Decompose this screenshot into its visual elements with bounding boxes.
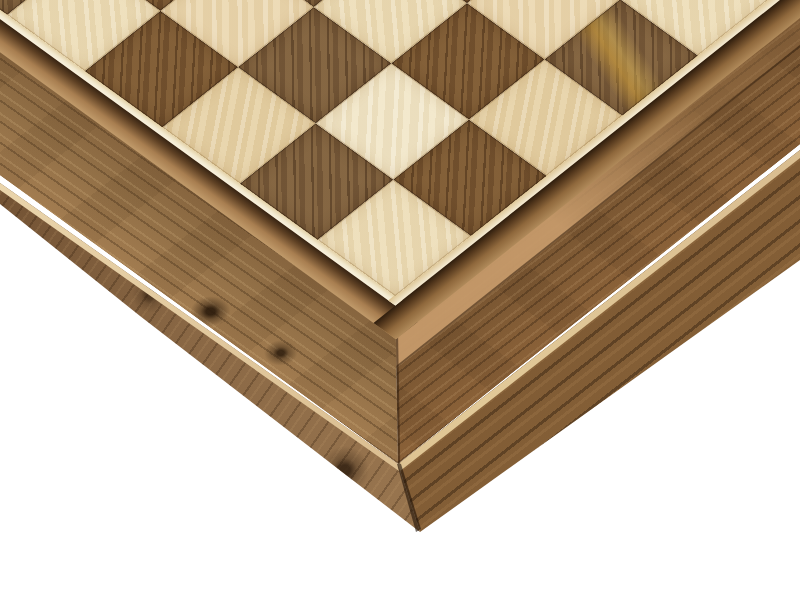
chessboard [0,0,800,464]
product-photo [0,0,800,600]
